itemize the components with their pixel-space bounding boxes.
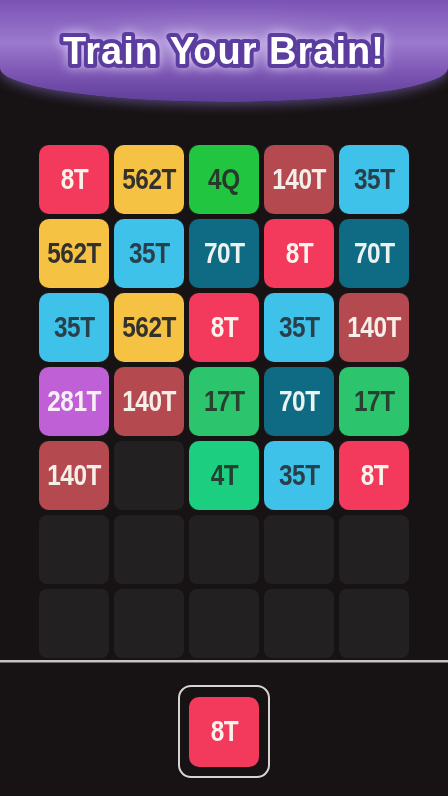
- grid-cell[interactable]: 70T: [339, 219, 409, 288]
- grid-cell[interactable]: [114, 589, 184, 658]
- tile[interactable]: 140T: [114, 367, 184, 436]
- tile-value: 8T: [285, 239, 313, 268]
- tile[interactable]: 8T: [189, 293, 259, 362]
- banner-title: Train Your Brain!: [63, 30, 385, 72]
- grid-cell[interactable]: [114, 515, 184, 584]
- tile-value: 35T: [354, 165, 395, 194]
- grid-cell[interactable]: 4T: [189, 441, 259, 510]
- grid-cell[interactable]: 35T: [264, 441, 334, 510]
- tile[interactable]: 35T: [339, 145, 409, 214]
- tile-value: 4Q: [208, 165, 240, 194]
- tile-value: 562T: [122, 313, 176, 342]
- game-screen: Train Your Brain! 8T562T4Q140T35T562T35T…: [0, 0, 448, 796]
- grid-cell[interactable]: [114, 441, 184, 510]
- grid-cell[interactable]: 562T: [114, 293, 184, 362]
- grid-cell[interactable]: [39, 515, 109, 584]
- tile[interactable]: 562T: [114, 293, 184, 362]
- board-tray-divider: [0, 660, 448, 663]
- grid-cell[interactable]: 35T: [39, 293, 109, 362]
- grid-cell[interactable]: 35T: [339, 145, 409, 214]
- tile-value: 35T: [54, 313, 95, 342]
- grid-cell[interactable]: [264, 515, 334, 584]
- tile[interactable]: 17T: [189, 367, 259, 436]
- grid-cell[interactable]: 140T: [264, 145, 334, 214]
- tile-value: 35T: [279, 313, 320, 342]
- grid-cell[interactable]: [339, 589, 409, 658]
- tile[interactable]: 4T: [189, 441, 259, 510]
- tile[interactable]: 562T: [39, 219, 109, 288]
- grid-cell[interactable]: 17T: [339, 367, 409, 436]
- grid-cell[interactable]: 8T: [189, 293, 259, 362]
- tile-value: 140T: [272, 165, 326, 194]
- tile[interactable]: 35T: [264, 441, 334, 510]
- grid-cell[interactable]: 562T: [114, 145, 184, 214]
- tile[interactable]: 281T: [39, 367, 109, 436]
- tile[interactable]: 8T: [264, 219, 334, 288]
- tile-value: 35T: [129, 239, 170, 268]
- grid-cell[interactable]: 4Q: [189, 145, 259, 214]
- grid-cell[interactable]: 140T: [114, 367, 184, 436]
- tile-value: 8T: [360, 461, 388, 490]
- tile-value: 8T: [210, 313, 238, 342]
- grid-cell[interactable]: 8T: [39, 145, 109, 214]
- grid-cell[interactable]: [189, 589, 259, 658]
- grid-cell[interactable]: [189, 515, 259, 584]
- tile[interactable]: 35T: [114, 219, 184, 288]
- tile[interactable]: 17T: [339, 367, 409, 436]
- banner-art: Train Your Brain!: [0, 0, 448, 102]
- grid-cell[interactable]: [39, 589, 109, 658]
- grid-cell[interactable]: 17T: [189, 367, 259, 436]
- tile-value: 562T: [47, 239, 101, 268]
- tile[interactable]: 562T: [114, 145, 184, 214]
- tile[interactable]: 70T: [264, 367, 334, 436]
- grid-cell[interactable]: [264, 589, 334, 658]
- banner: Train Your Brain!: [0, 0, 448, 102]
- grid-cell[interactable]: 562T: [39, 219, 109, 288]
- tile[interactable]: 8T: [339, 441, 409, 510]
- grid-cell[interactable]: 281T: [39, 367, 109, 436]
- tile-value: 8T: [60, 165, 88, 194]
- tile[interactable]: 8T: [39, 145, 109, 214]
- next-tile-value: 8T: [210, 717, 238, 746]
- grid-cell[interactable]: 8T: [264, 219, 334, 288]
- next-tile[interactable]: 8T: [189, 697, 259, 767]
- tile[interactable]: 140T: [264, 145, 334, 214]
- tile[interactable]: 140T: [39, 441, 109, 510]
- grid-cell[interactable]: [339, 515, 409, 584]
- tile-value: 140T: [347, 313, 401, 342]
- next-tile-tray: 8T: [178, 685, 270, 778]
- tile-value: 17T: [354, 387, 395, 416]
- tile[interactable]: 70T: [189, 219, 259, 288]
- grid-cell[interactable]: 70T: [189, 219, 259, 288]
- board-grid: 8T562T4Q140T35T562T35T70T8T70T35T562T8T3…: [39, 145, 409, 658]
- tile-value: 70T: [354, 239, 395, 268]
- tile[interactable]: 4Q: [189, 145, 259, 214]
- tile-value: 140T: [122, 387, 176, 416]
- tile-value: 281T: [47, 387, 101, 416]
- grid-cell[interactable]: 35T: [264, 293, 334, 362]
- tile[interactable]: 70T: [339, 219, 409, 288]
- tile-value: 70T: [279, 387, 320, 416]
- tile-value: 17T: [204, 387, 245, 416]
- tile-value: 4T: [210, 461, 238, 490]
- grid-cell[interactable]: 70T: [264, 367, 334, 436]
- tile-value: 140T: [47, 461, 101, 490]
- grid-cell[interactable]: 140T: [39, 441, 109, 510]
- tile[interactable]: 140T: [339, 293, 409, 362]
- grid-cell[interactable]: 35T: [114, 219, 184, 288]
- grid-cell[interactable]: 8T: [339, 441, 409, 510]
- tile-value: 562T: [122, 165, 176, 194]
- tile-value: 35T: [279, 461, 320, 490]
- grid-cell[interactable]: 140T: [339, 293, 409, 362]
- tile[interactable]: 35T: [264, 293, 334, 362]
- tile-value: 70T: [204, 239, 245, 268]
- tile[interactable]: 35T: [39, 293, 109, 362]
